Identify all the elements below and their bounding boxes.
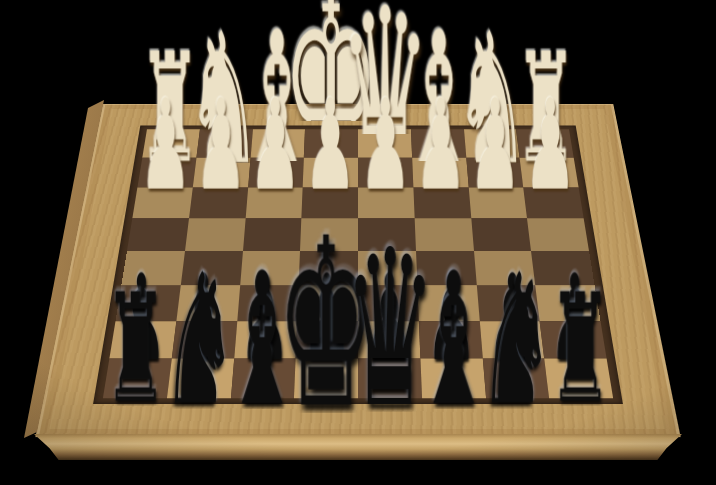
board-scene: ♜♞♝♚♛♝♞♜♟♟♟♟♟♟♟♟♟♟♟♟♟♟♟♟♜♞♝♚♛♝♞♜ xyxy=(0,0,716,485)
board-front-edge xyxy=(34,434,682,460)
square-c8[interactable]: ♝ xyxy=(420,358,485,398)
square-f2[interactable]: ♟ xyxy=(248,157,304,187)
square-b3[interactable] xyxy=(468,187,527,218)
square-b2[interactable]: ♟ xyxy=(466,157,524,187)
square-c2[interactable]: ♟ xyxy=(412,157,468,187)
piece-black-rook-a8[interactable]: ♜ xyxy=(548,273,612,423)
square-g3[interactable] xyxy=(189,187,248,218)
chess-board: ♜♞♝♚♛♝♞♜♟♟♟♟♟♟♟♟♟♟♟♟♟♟♟♟♜♞♝♚♛♝♞♜ xyxy=(35,103,680,436)
square-g2[interactable]: ♟ xyxy=(193,157,251,187)
square-h3[interactable] xyxy=(132,187,192,218)
square-a3[interactable] xyxy=(523,187,583,218)
square-h2[interactable]: ♟ xyxy=(137,157,196,187)
piece-black-rook-h8[interactable]: ♜ xyxy=(104,273,168,423)
square-a8[interactable]: ♜ xyxy=(544,358,613,398)
board-inlay-border: ♜♞♝♚♛♝♞♜♟♟♟♟♟♟♟♟♟♟♟♟♟♟♟♟♜♞♝♚♛♝♞♜ xyxy=(93,125,623,403)
board-grid: ♜♞♝♚♛♝♞♜♟♟♟♟♟♟♟♟♟♟♟♟♟♟♟♟♜♞♝♚♛♝♞♜ xyxy=(103,129,613,398)
square-a2[interactable]: ♟ xyxy=(520,157,579,187)
board-frame: ♜♞♝♚♛♝♞♜♟♟♟♟♟♟♟♟♟♟♟♟♟♟♟♟♜♞♝♚♛♝♞♜ xyxy=(35,103,680,436)
piece-black-knight-b8[interactable]: ♞ xyxy=(478,249,555,429)
chessboard-photo: ♜♞♝♚♛♝♞♜♟♟♟♟♟♟♟♟♟♟♟♟♟♟♟♟♜♞♝♚♛♝♞♜ xyxy=(0,0,716,485)
square-e2[interactable]: ♟ xyxy=(303,157,358,187)
square-d2[interactable]: ♟ xyxy=(358,157,413,187)
square-b8[interactable]: ♞ xyxy=(482,358,549,398)
square-d8[interactable]: ♛ xyxy=(358,358,422,398)
